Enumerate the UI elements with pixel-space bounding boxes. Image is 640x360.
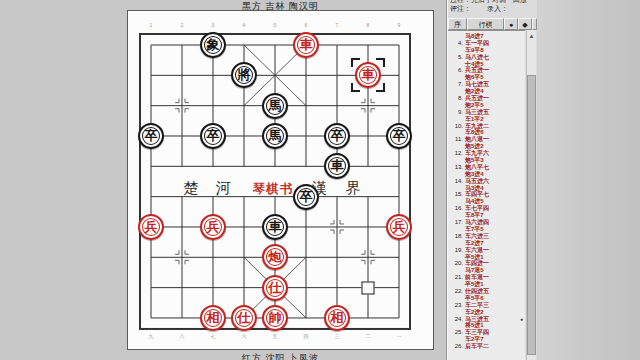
column-header-variation-icon[interactable]: ◆	[518, 18, 532, 30]
file-label-bottom: 四	[304, 334, 309, 339]
move-number: 12.	[448, 150, 465, 157]
move-text[interactable]: 炮八平七	[465, 164, 489, 171]
move-text[interactable]: 兵五进一	[465, 95, 489, 102]
move-text[interactable]: 车2进2	[465, 309, 484, 316]
move-row[interactable]: 卒5平6	[448, 295, 525, 302]
move-row[interactable]: 6.兵五进一	[448, 67, 525, 74]
move-row[interactable]: 车1平2	[448, 116, 525, 123]
move-row[interactable]: 车9平8	[448, 47, 525, 54]
entry-label: 录入：	[487, 5, 508, 12]
move-text[interactable]: 车9平8	[465, 47, 484, 54]
move-text[interactable]: 马五进六	[465, 178, 489, 185]
move-row[interactable]: 19.车六退一	[448, 247, 525, 254]
red-piece-相[interactable]: 相	[324, 305, 350, 331]
move-row[interactable]: 4.车一平四	[448, 40, 525, 47]
move-panel: 过程：先后手对调 回放 评注： 录入： 序 行棋 ● ◆ 马8进74.车一平四车…	[446, 0, 537, 360]
column-header-comment-icon[interactable]: ●	[504, 18, 518, 30]
move-number: 26.	[448, 343, 465, 350]
move-number: 18.	[448, 233, 465, 240]
move-number: 13.	[448, 164, 465, 171]
move-mark-icon: ●	[520, 316, 525, 322]
file-label-bottom: 八	[180, 334, 185, 339]
move-number: 10.	[448, 123, 465, 130]
move-row[interactable]: 12.车九平六	[448, 150, 525, 157]
black-piece-馬[interactable]: 馬	[262, 123, 288, 149]
move-text[interactable]: 马六进四	[465, 219, 489, 226]
scrollbar-up-icon[interactable]: ▲	[527, 32, 536, 40]
move-number: 14.	[448, 178, 465, 185]
move-row[interactable]: 炮5平3	[448, 157, 525, 164]
move-row[interactable]: 车7平5	[448, 226, 525, 233]
movelist-scrollbar[interactable]: ▲	[526, 30, 536, 360]
move-text[interactable]: 车九平六	[465, 150, 489, 157]
move-number: 17.	[448, 219, 465, 226]
move-row[interactable]: 14.马五进六	[448, 178, 525, 185]
move-row[interactable]: 18.车六进三	[448, 233, 525, 240]
move-number: 5.	[448, 54, 465, 61]
clipped-info-line: 过程：先后手对调 回放	[450, 0, 527, 3]
file-label-top: 1	[150, 23, 153, 28]
file-label-top: 4	[243, 23, 246, 28]
board-window: 123456789 九八七六五四三二一 楚 河 琴棋书 漢 界 象車將車馬卒卒馬…	[127, 10, 434, 350]
black-piece-車[interactable]: 車	[324, 153, 350, 179]
move-text[interactable]: 马三进五	[465, 109, 489, 116]
move-text[interactable]: 车2进7	[465, 240, 484, 247]
black-piece-卒[interactable]: 卒	[200, 123, 226, 149]
move-row[interactable]: 8.兵五进一	[448, 95, 525, 102]
file-label-top: 5	[274, 23, 277, 28]
move-row[interactable]: 7.马七进五	[448, 81, 525, 88]
move-text[interactable]: 卒5平6	[465, 295, 484, 302]
red-piece-仕[interactable]: 仕	[231, 305, 257, 331]
black-piece-卒[interactable]: 卒	[324, 123, 350, 149]
move-row[interactable]: 22.仕四进五	[448, 288, 525, 295]
river-text-chu: 楚	[184, 180, 199, 196]
move-row[interactable]: 13.炮八平七	[448, 164, 525, 171]
file-label-top: 3	[212, 23, 215, 28]
red-player-label: 红方 沈阳 卜凤波	[127, 352, 434, 360]
black-piece-象[interactable]: 象	[200, 32, 226, 58]
move-number: 6.	[448, 67, 465, 74]
scrollbar-thumb[interactable]	[527, 75, 536, 355]
move-row[interactable]: 25.车三平四	[448, 329, 525, 336]
move-number: 15.	[448, 191, 465, 198]
black-piece-卒[interactable]: 卒	[138, 123, 164, 149]
move-row[interactable]: 车8平7	[448, 212, 525, 219]
red-piece-相[interactable]: 相	[200, 305, 226, 331]
move-row[interactable]: 车2进2	[448, 309, 525, 316]
move-list[interactable]: 马8进74.车一平四车9平85.马八进七士4进56.兵五进一炮6平57.马七进五…	[448, 30, 525, 360]
move-row[interactable]: 9.马三进五	[448, 109, 525, 116]
column-header-index[interactable]: 序	[448, 18, 467, 30]
move-number: 8.	[448, 95, 465, 102]
column-header-filler	[532, 18, 537, 30]
move-text[interactable]: 马8进7	[465, 33, 484, 40]
river-text-he: 河	[216, 180, 231, 196]
move-text[interactable]: 炮5平3	[465, 157, 484, 164]
river-text-jie: 界	[346, 180, 361, 196]
move-text[interactable]: 炮2平5	[465, 102, 484, 109]
move-number: 4.	[448, 40, 465, 47]
move-text[interactable]: 车一平四	[465, 40, 489, 47]
move-number: 24.	[448, 316, 465, 323]
move-number: 20.	[448, 260, 465, 267]
panel-meta-row: 评注： 录入：	[450, 4, 508, 14]
move-number: 25.	[448, 329, 465, 336]
origin-marker	[362, 281, 375, 294]
move-row[interactable]: 炮2进4	[448, 88, 525, 95]
move-row[interactable]: 23.车二平三	[448, 302, 525, 309]
file-label-bottom: 五	[273, 334, 278, 339]
move-number: 16.	[448, 205, 465, 212]
red-piece-仕[interactable]: 仕	[262, 275, 288, 301]
move-number: 7.	[448, 81, 465, 88]
move-row[interactable]: 5.马八进七	[448, 54, 525, 61]
move-row[interactable]: 24.马三进五●	[448, 316, 525, 323]
move-number: 22.	[448, 288, 465, 295]
move-text[interactable]: 车六退一	[465, 247, 489, 254]
move-row[interactable]: 20.车四进一	[448, 260, 525, 267]
comment-label: 评注：	[450, 5, 471, 12]
move-row[interactable]: 炮2平5	[448, 102, 525, 109]
file-label-bottom: 一	[397, 334, 402, 339]
move-number: 9.	[448, 109, 465, 116]
move-row[interactable]: 炮3进4	[448, 171, 525, 178]
move-number: 11.	[448, 136, 465, 143]
move-number: 21.	[448, 274, 465, 281]
file-label-top: 2	[181, 23, 184, 28]
move-text[interactable]: 仕四进五	[465, 288, 489, 295]
move-text[interactable]: 马八进七	[465, 54, 489, 61]
move-text[interactable]: 车二平三	[465, 302, 489, 309]
move-text[interactable]: 卒5进1	[465, 281, 484, 288]
move-text[interactable]: 车六进三	[465, 233, 489, 240]
watermark-text: 琴棋书	[253, 182, 294, 196]
black-piece-車[interactable]: 車	[262, 214, 288, 240]
move-text[interactable]: 炮2进4	[465, 88, 484, 95]
move-row[interactable]: 16.车七平四	[448, 205, 525, 212]
file-label-top: 7	[336, 23, 339, 28]
move-row[interactable]: 马8进7	[448, 33, 525, 40]
black-piece-卒[interactable]: 卒	[386, 123, 412, 149]
move-row[interactable]: 10.车九进二	[448, 123, 525, 130]
selection-brackets	[351, 58, 385, 92]
move-text[interactable]: 炮3进4	[465, 171, 484, 178]
file-label-bottom: 九	[149, 334, 154, 339]
red-piece-兵[interactable]: 兵	[200, 214, 226, 240]
move-row[interactable]: 车2进7	[448, 240, 525, 247]
file-label-top: 8	[367, 23, 370, 28]
file-label-top: 9	[398, 23, 401, 28]
red-piece-兵[interactable]: 兵	[138, 214, 164, 240]
file-label-bottom: 七	[211, 334, 216, 339]
background-shade	[537, 0, 640, 360]
file-label-bottom: 六	[242, 334, 247, 339]
red-piece-帥[interactable]: 帥	[262, 305, 288, 331]
red-piece-兵[interactable]: 兵	[386, 214, 412, 240]
move-row[interactable]: 21.前车退一	[448, 274, 525, 281]
red-piece-炮[interactable]: 炮	[262, 244, 288, 270]
black-piece-將[interactable]: 將	[231, 62, 257, 88]
black-piece-卒[interactable]: 卒	[293, 184, 319, 210]
move-number: 23.	[448, 302, 465, 309]
move-row[interactable]: 26.后车平二	[448, 343, 525, 350]
move-row[interactable]: 卒5进1	[448, 281, 525, 288]
move-row[interactable]: 15.车四平七	[448, 191, 525, 198]
black-piece-馬[interactable]: 馬	[262, 93, 288, 119]
movelist-header: 序 行棋 ● ◆	[448, 18, 537, 30]
file-label-top: 6	[305, 23, 308, 28]
move-text[interactable]: 车1平2	[465, 116, 484, 123]
file-label-bottom: 二	[366, 334, 371, 339]
file-label-bottom: 三	[335, 334, 340, 339]
move-row[interactable]: 17.马六进四	[448, 219, 525, 226]
move-text[interactable]: 车7平5	[465, 226, 484, 233]
move-number: 19.	[448, 247, 465, 254]
column-header-moves[interactable]: 行棋	[467, 18, 504, 30]
move-row[interactable]: 11.炮八退一	[448, 136, 525, 143]
move-text[interactable]: 后车平二	[465, 343, 489, 350]
red-piece-車[interactable]: 車	[293, 32, 319, 58]
